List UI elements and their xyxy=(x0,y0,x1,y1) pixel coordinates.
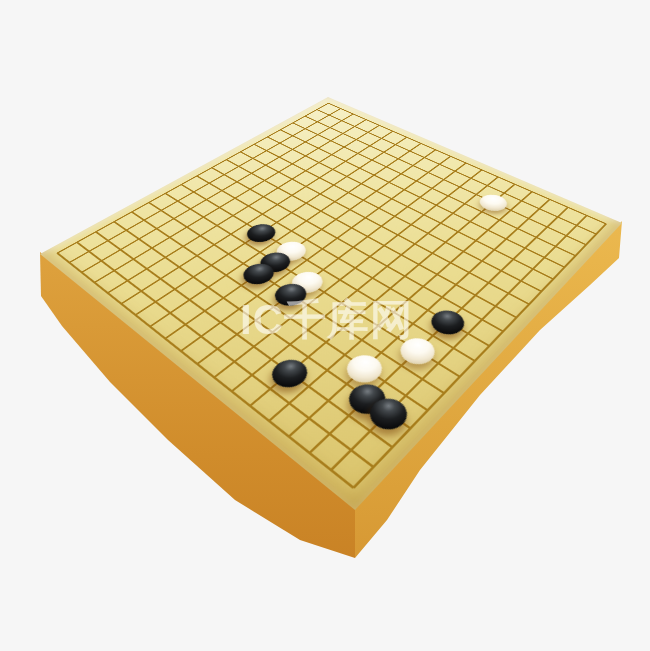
grid-lines xyxy=(40,97,622,510)
scene: IC千库网 xyxy=(0,0,650,651)
go-board[interactable] xyxy=(40,97,622,510)
